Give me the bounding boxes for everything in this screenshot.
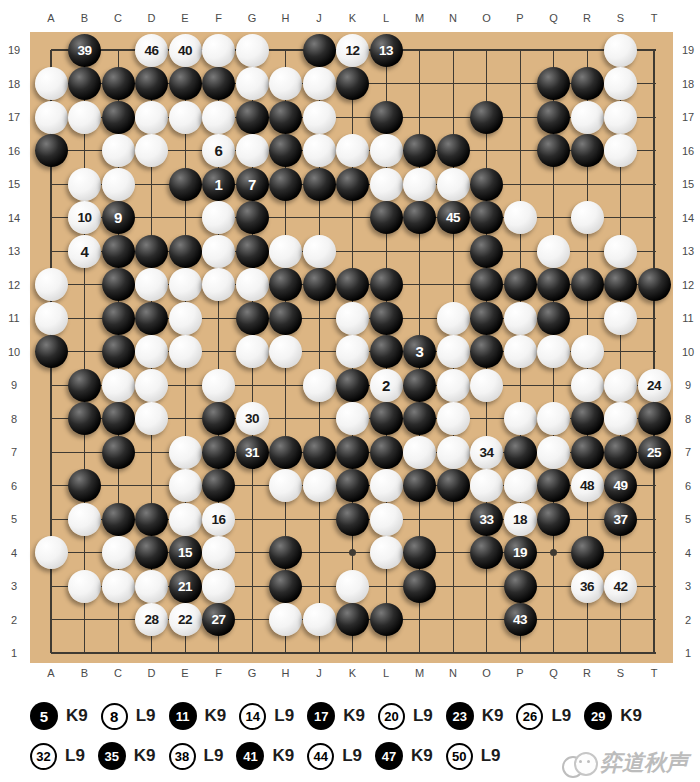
- coord-label: 18: [676, 77, 700, 91]
- stone-O11: [470, 302, 503, 335]
- legend-move-number: 44: [313, 749, 327, 764]
- star-point: [349, 549, 356, 556]
- coord-label: 11: [676, 311, 700, 325]
- stone-L12: [370, 268, 403, 301]
- stone-B3: [68, 570, 101, 603]
- move-number: 43: [513, 612, 527, 627]
- stone-C14: 9: [102, 201, 135, 234]
- move-number: 49: [613, 478, 627, 493]
- legend-stone: 41: [236, 742, 264, 770]
- coord-label: F: [207, 11, 231, 25]
- stone-E2: 22: [169, 603, 202, 636]
- publisher-logo: 弈道秋声: [562, 748, 688, 778]
- stone-F8: [202, 402, 235, 435]
- stone-K5: [336, 503, 369, 536]
- stone-C13: [102, 235, 135, 268]
- move-number: 40: [178, 43, 192, 58]
- legend-move-number: 23: [453, 709, 467, 724]
- stone-E15: [169, 168, 202, 201]
- stone-F2: 27: [202, 603, 235, 636]
- stone-G8: 30: [236, 402, 269, 435]
- stone-Q7: [537, 436, 570, 469]
- stone-S6: 49: [604, 469, 637, 502]
- stone-O15: [470, 168, 503, 201]
- stone-E5: [169, 503, 202, 536]
- move-number: 19: [513, 545, 527, 560]
- coord-label: P: [508, 666, 532, 680]
- stone-K6: [336, 469, 369, 502]
- stone-H13: [269, 235, 302, 268]
- stone-A16: [35, 134, 68, 167]
- stone-B15: [68, 168, 101, 201]
- stone-E18: [169, 67, 202, 100]
- coord-label: 12: [676, 278, 700, 292]
- stone-O4: [470, 536, 503, 569]
- stone-T12: [638, 268, 671, 301]
- coord-label: B: [73, 666, 97, 680]
- coord-label: 8: [676, 412, 700, 426]
- coord-label: H: [274, 666, 298, 680]
- stone-R8: [571, 402, 604, 435]
- stone-N16: [437, 134, 470, 167]
- stone-E7: [169, 436, 202, 469]
- coord-label: A: [39, 11, 63, 25]
- move-number: 16: [211, 512, 225, 527]
- stone-G14: [236, 201, 269, 234]
- stone-J16: [303, 134, 336, 167]
- move-number: 34: [479, 445, 493, 460]
- stone-K11: [336, 302, 369, 335]
- stone-D5: [135, 503, 168, 536]
- stone-Q17: [537, 101, 570, 134]
- stone-D12: [135, 268, 168, 301]
- legend-coord: L9: [65, 746, 85, 766]
- stone-S12: [604, 268, 637, 301]
- stone-Q10: [537, 335, 570, 368]
- coord-label: 5: [2, 512, 26, 526]
- coord-label: 3: [676, 579, 700, 593]
- legend-move-number: 8: [110, 708, 118, 725]
- stone-H17: [269, 101, 302, 134]
- stone-J15: [303, 168, 336, 201]
- stone-L17: [370, 101, 403, 134]
- stone-P12: [504, 268, 537, 301]
- stone-S13: [604, 235, 637, 268]
- stone-C11: [102, 302, 135, 335]
- stone-O5: 33: [470, 503, 503, 536]
- stone-R18: [571, 67, 604, 100]
- coord-label: 14: [676, 211, 700, 225]
- stone-M7: [403, 436, 436, 469]
- stone-E12: [169, 268, 202, 301]
- stone-R12: [571, 268, 604, 301]
- move-number: 30: [245, 411, 259, 426]
- stone-C10: [102, 335, 135, 368]
- stone-O12: [470, 268, 503, 301]
- legend-coord: L9: [413, 706, 433, 726]
- stone-N9: [437, 369, 470, 402]
- stone-M6: [403, 469, 436, 502]
- stone-P14: [504, 201, 537, 234]
- stone-S11: [604, 302, 637, 335]
- move-number: 27: [211, 612, 225, 627]
- stone-J9: [303, 369, 336, 402]
- legend-move-number: 11: [176, 709, 190, 724]
- legend-coord: K9: [343, 706, 365, 726]
- legend-coord: L9: [481, 746, 501, 766]
- coord-label: 6: [2, 479, 26, 493]
- coord-label: 17: [2, 110, 26, 124]
- stone-M4: [403, 536, 436, 569]
- grid-line-vertical: [653, 50, 655, 653]
- legend-stone: 5: [30, 702, 58, 730]
- stone-O6: [470, 469, 503, 502]
- stone-G7: 31: [236, 436, 269, 469]
- coord-label: S: [609, 666, 633, 680]
- stone-M16: [403, 134, 436, 167]
- coord-label: 15: [2, 177, 26, 191]
- legend-move-number: 38: [175, 749, 189, 764]
- stone-C9: [102, 369, 135, 402]
- coord-label: R: [575, 666, 599, 680]
- legend-move-number: 14: [246, 709, 260, 724]
- stone-E13: [169, 235, 202, 268]
- stone-T7: 25: [638, 436, 671, 469]
- move-number: 46: [144, 43, 158, 58]
- legend-coord: L9: [342, 746, 362, 766]
- coord-label: G: [240, 11, 264, 25]
- stone-R6: 48: [571, 469, 604, 502]
- coord-label: O: [475, 666, 499, 680]
- stone-P10: [504, 335, 537, 368]
- stone-B14: 10: [68, 201, 101, 234]
- coord-label: 10: [2, 345, 26, 359]
- coord-label: 19: [676, 43, 700, 57]
- stone-R3: 36: [571, 570, 604, 603]
- stone-L6: [370, 469, 403, 502]
- stone-H15: [269, 168, 302, 201]
- legend-move-number: 29: [591, 709, 605, 724]
- stone-H2: [269, 603, 302, 636]
- stone-D8: [135, 402, 168, 435]
- legend-entry: 32L9: [30, 743, 85, 770]
- legend-entry: 38L9: [169, 743, 224, 770]
- stone-T9: 24: [638, 369, 671, 402]
- stone-D11: [135, 302, 168, 335]
- coord-label: 7: [2, 445, 26, 459]
- coord-label: K: [341, 666, 365, 680]
- grid-line-horizontal: [51, 217, 656, 218]
- stone-P7: [504, 436, 537, 469]
- stone-H4: [269, 536, 302, 569]
- stone-H3: [269, 570, 302, 603]
- legend-entry: 47K9: [375, 742, 433, 770]
- coord-label: P: [508, 11, 532, 25]
- stone-F9: [202, 369, 235, 402]
- stone-E17: [169, 101, 202, 134]
- stone-F17: [202, 101, 235, 134]
- coord-label: B: [73, 11, 97, 25]
- move-number: 2: [382, 377, 390, 394]
- coord-label: 8: [2, 412, 26, 426]
- stone-O13: [470, 235, 503, 268]
- legend-stone: 17: [307, 702, 335, 730]
- coord-label: 16: [2, 144, 26, 158]
- legend-stone: 50: [446, 743, 473, 770]
- coord-label: 7: [676, 445, 700, 459]
- stone-S3: 42: [604, 570, 637, 603]
- move-number: 39: [77, 43, 91, 58]
- coord-label: 15: [676, 177, 700, 191]
- coord-label: R: [575, 11, 599, 25]
- coord-label: Q: [542, 11, 566, 25]
- coord-label: M: [408, 11, 432, 25]
- move-number: 37: [613, 512, 627, 527]
- move-number: 4: [81, 243, 89, 260]
- coord-label: H: [274, 11, 298, 25]
- coord-label: 4: [676, 546, 700, 560]
- coord-label: 19: [2, 43, 26, 57]
- stone-C12: [102, 268, 135, 301]
- grid-line-horizontal: [51, 652, 656, 654]
- legend-coord: L9: [274, 706, 294, 726]
- coord-label: C: [106, 666, 130, 680]
- stone-H10: [269, 335, 302, 368]
- legend-move-number: 35: [105, 749, 119, 764]
- stone-G16: [236, 134, 269, 167]
- coord-label: Q: [542, 666, 566, 680]
- stone-S18: [604, 67, 637, 100]
- coord-label: E: [173, 666, 197, 680]
- stone-N14: 45: [437, 201, 470, 234]
- stone-N8: [437, 402, 470, 435]
- stone-M8: [403, 402, 436, 435]
- coord-label: 4: [2, 546, 26, 560]
- stone-R10: [571, 335, 604, 368]
- stone-J13: [303, 235, 336, 268]
- stone-H18: [269, 67, 302, 100]
- stone-F16: 6: [202, 134, 235, 167]
- stone-M10: 3: [403, 335, 436, 368]
- coord-label: S: [609, 11, 633, 25]
- stone-S19: [604, 34, 637, 67]
- stone-A4: [35, 536, 68, 569]
- stone-L9: 2: [370, 369, 403, 402]
- stone-F15: 1: [202, 168, 235, 201]
- coord-label: T: [642, 11, 666, 25]
- stone-D3: [135, 570, 168, 603]
- stone-N11: [437, 302, 470, 335]
- move-number: 21: [178, 579, 192, 594]
- coord-label: 13: [676, 244, 700, 258]
- stone-K15: [336, 168, 369, 201]
- stone-G19: [236, 34, 269, 67]
- stone-H11: [269, 302, 302, 335]
- stone-D10: [135, 335, 168, 368]
- legend-coord: L9: [136, 706, 156, 726]
- coord-label: L: [374, 11, 398, 25]
- ko-legend-row-2: 32L935K938L941K944L947K950L9: [30, 742, 514, 770]
- stone-J18: [303, 67, 336, 100]
- stone-D19: 46: [135, 34, 168, 67]
- stone-H12: [269, 268, 302, 301]
- stone-L11: [370, 302, 403, 335]
- legend-move-number: 41: [243, 749, 257, 764]
- stone-C4: [102, 536, 135, 569]
- stone-C7: [102, 436, 135, 469]
- coord-label: 1: [2, 646, 26, 660]
- legend-coord: K9: [620, 706, 642, 726]
- legend-stone: 35: [98, 742, 126, 770]
- stone-D16: [135, 134, 168, 167]
- stone-C15: [102, 168, 135, 201]
- stone-L15: [370, 168, 403, 201]
- stone-N10: [437, 335, 470, 368]
- stone-G15: 7: [236, 168, 269, 201]
- stone-B19: 39: [68, 34, 101, 67]
- stone-Q16: [537, 134, 570, 167]
- coord-label: J: [307, 666, 331, 680]
- stone-J19: [303, 34, 336, 67]
- stone-B17: [68, 101, 101, 134]
- move-number: 24: [647, 378, 661, 393]
- stone-E10: [169, 335, 202, 368]
- legend-entry: 8L9: [101, 703, 156, 730]
- legend-coord: K9: [482, 706, 504, 726]
- stone-F5: 16: [202, 503, 235, 536]
- coord-label: 2: [676, 613, 700, 627]
- stone-E11: [169, 302, 202, 335]
- legend-entry: 11K9: [169, 702, 227, 730]
- coord-label: 14: [2, 211, 26, 225]
- stone-B6: [68, 469, 101, 502]
- stone-P8: [504, 402, 537, 435]
- move-number: 45: [446, 210, 460, 225]
- legend-coord: K9: [205, 706, 227, 726]
- stone-P2: 43: [504, 603, 537, 636]
- stone-M14: [403, 201, 436, 234]
- legend-move-number: 17: [314, 709, 328, 724]
- stone-C18: [102, 67, 135, 100]
- coord-label: 3: [2, 579, 26, 593]
- stone-G10: [236, 335, 269, 368]
- stone-D4: [135, 536, 168, 569]
- stone-S16: [604, 134, 637, 167]
- move-number: 1: [215, 176, 223, 193]
- stone-L14: [370, 201, 403, 234]
- stone-B8: [68, 402, 101, 435]
- stone-P3: [504, 570, 537, 603]
- legend-entry: 50L9: [446, 743, 501, 770]
- legend-stone: 8: [101, 703, 128, 730]
- stone-L8: [370, 402, 403, 435]
- stone-O7: 34: [470, 436, 503, 469]
- star-point: [550, 549, 557, 556]
- stone-P6: [504, 469, 537, 502]
- coord-label: D: [140, 11, 164, 25]
- stone-L19: 13: [370, 34, 403, 67]
- legend-coord: K9: [134, 746, 156, 766]
- stone-F4: [202, 536, 235, 569]
- stone-F19: [202, 34, 235, 67]
- stone-K12: [336, 268, 369, 301]
- coord-label: 6: [676, 479, 700, 493]
- stone-K9: [336, 369, 369, 402]
- stone-K19: 12: [336, 34, 369, 67]
- move-number: 42: [613, 579, 627, 594]
- legend-stone: 29: [584, 702, 612, 730]
- move-number: 31: [245, 445, 259, 460]
- legend-entry: 44L9: [307, 743, 362, 770]
- coord-label: 2: [2, 613, 26, 627]
- legend-entry: 23K9: [446, 702, 504, 730]
- stone-J17: [303, 101, 336, 134]
- stone-O10: [470, 335, 503, 368]
- stone-F14: [202, 201, 235, 234]
- stone-P4: 19: [504, 536, 537, 569]
- move-number: 36: [580, 579, 594, 594]
- legend-coord: K9: [272, 746, 294, 766]
- stone-K2: [336, 603, 369, 636]
- stone-A17: [35, 101, 68, 134]
- stone-Q18: [537, 67, 570, 100]
- coord-label: M: [408, 666, 432, 680]
- coord-label: 9: [676, 378, 700, 392]
- stone-L16: [370, 134, 403, 167]
- coord-label: N: [441, 11, 465, 25]
- coord-label: 12: [2, 278, 26, 292]
- stone-R16: [571, 134, 604, 167]
- coord-label: 16: [676, 144, 700, 158]
- stone-R14: [571, 201, 604, 234]
- stone-Q6: [537, 469, 570, 502]
- stone-L4: [370, 536, 403, 569]
- coord-label: D: [140, 666, 164, 680]
- coord-label: J: [307, 11, 331, 25]
- stone-N15: [437, 168, 470, 201]
- coord-label: 18: [2, 77, 26, 91]
- stone-S8: [604, 402, 637, 435]
- stone-F3: [202, 570, 235, 603]
- coord-label: 10: [676, 345, 700, 359]
- stone-D2: 28: [135, 603, 168, 636]
- legend-move-number: 32: [36, 749, 50, 764]
- stone-K8: [336, 402, 369, 435]
- stone-D9: [135, 369, 168, 402]
- stone-S5: 37: [604, 503, 637, 536]
- stone-Q11: [537, 302, 570, 335]
- coord-label: L: [374, 666, 398, 680]
- legend-entry: 41K9: [236, 742, 294, 770]
- legend-stone: 20: [378, 703, 405, 730]
- stone-Q13: [537, 235, 570, 268]
- stone-J12: [303, 268, 336, 301]
- coord-label: 17: [676, 110, 700, 124]
- coord-label: 1: [676, 646, 700, 660]
- move-number: 10: [77, 210, 91, 225]
- legend-move-number: 5: [40, 708, 48, 725]
- move-number: 22: [178, 612, 192, 627]
- logo-text: 弈道秋声: [600, 748, 688, 778]
- ko-legend-row-1: 5K98L911K914L917K920L923K926L929K9: [30, 702, 655, 730]
- stone-M3: [403, 570, 436, 603]
- legend-stone: 11: [169, 702, 197, 730]
- stone-A10: [35, 335, 68, 368]
- legend-stone: 47: [375, 742, 403, 770]
- stone-A18: [35, 67, 68, 100]
- legend-coord: K9: [411, 746, 433, 766]
- move-number: 9: [114, 209, 122, 226]
